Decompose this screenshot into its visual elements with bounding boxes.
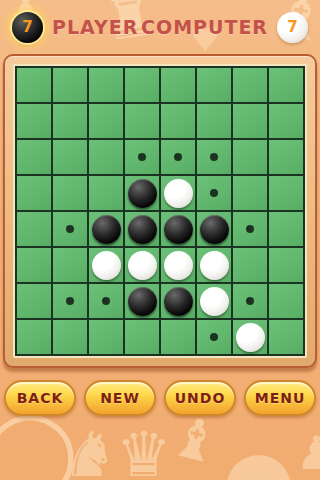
board-cell-b7[interactable] (53, 284, 87, 318)
legal-move-dot[interactable] (210, 153, 218, 161)
board-cell-b1[interactable] (53, 68, 87, 102)
board-cell-a3[interactable] (17, 140, 51, 174)
board-cell-e3[interactable] (161, 140, 195, 174)
black-disc (92, 215, 121, 244)
board-cell-h4[interactable] (269, 176, 303, 210)
board-cell-h2[interactable] (269, 104, 303, 138)
board-cell-d8[interactable] (125, 320, 159, 354)
board-cell-g3[interactable] (233, 140, 267, 174)
legal-move-dot[interactable] (210, 189, 218, 197)
board-cell-g4[interactable] (233, 176, 267, 210)
board-cell-g8[interactable] (233, 320, 267, 354)
board-cell-f6[interactable] (197, 248, 231, 282)
board-cell-b3[interactable] (53, 140, 87, 174)
legal-move-dot[interactable] (174, 153, 182, 161)
white-disc (164, 251, 193, 280)
board-cell-e2[interactable] (161, 104, 195, 138)
legal-move-dot[interactable] (66, 297, 74, 305)
board-cell-b5[interactable] (53, 212, 87, 246)
board-cell-g1[interactable] (233, 68, 267, 102)
new-game-button[interactable]: NEW (84, 380, 156, 416)
board-cell-d7[interactable] (125, 284, 159, 318)
board-cell-c6[interactable] (89, 248, 123, 282)
white-disc (200, 251, 229, 280)
board-grid (15, 66, 305, 356)
menu-button-label: MENU (255, 390, 306, 406)
white-disc (92, 251, 121, 280)
back-button-label: BACK (17, 390, 64, 406)
board-cell-g7[interactable] (233, 284, 267, 318)
board-cell-d2[interactable] (125, 104, 159, 138)
board-cell-g5[interactable] (233, 212, 267, 246)
legal-move-dot[interactable] (102, 297, 110, 305)
board-cell-d4[interactable] (125, 176, 159, 210)
white-disc (128, 251, 157, 280)
board-cell-a7[interactable] (17, 284, 51, 318)
bg-bishop2-icon: ♝ (164, 407, 226, 473)
back-button[interactable]: BACK (4, 380, 76, 416)
board-cell-a2[interactable] (17, 104, 51, 138)
board-cell-a4[interactable] (17, 176, 51, 210)
player-label: PLAYER (52, 16, 138, 38)
computer-white-disc-badge: 7 (277, 12, 308, 43)
bg-circle-icon: ● (222, 438, 295, 480)
board-cell-h6[interactable] (269, 248, 303, 282)
board-cell-f5[interactable] (197, 212, 231, 246)
bg-pawn2-icon: ♟ (296, 430, 320, 476)
board-cell-c8[interactable] (89, 320, 123, 354)
black-disc (164, 287, 193, 316)
othello-board-frame (3, 54, 317, 368)
board-cell-b6[interactable] (53, 248, 87, 282)
board-cell-b4[interactable] (53, 176, 87, 210)
bg-knight-icon: ♞ (62, 424, 118, 480)
board-cell-h1[interactable] (269, 68, 303, 102)
board-cell-h3[interactable] (269, 140, 303, 174)
player-black-disc-badge: 7 (12, 12, 43, 43)
board-cell-c3[interactable] (89, 140, 123, 174)
button-bar: BACK NEW UNDO MENU (0, 380, 320, 416)
board-cell-f1[interactable] (197, 68, 231, 102)
menu-button[interactable]: MENU (244, 380, 316, 416)
board-cell-f2[interactable] (197, 104, 231, 138)
board-cell-d3[interactable] (125, 140, 159, 174)
white-disc (236, 323, 265, 352)
board-cell-c7[interactable] (89, 284, 123, 318)
black-disc (128, 179, 157, 208)
bg-crown-icon: ♛ (116, 424, 172, 480)
board-cell-a5[interactable] (17, 212, 51, 246)
board-cell-c1[interactable] (89, 68, 123, 102)
board-inner-rim (13, 64, 307, 358)
computer-score: 7 (287, 18, 297, 36)
legal-move-dot[interactable] (66, 225, 74, 233)
black-disc (164, 215, 193, 244)
undo-button-label: UNDO (175, 390, 226, 406)
player-score: 7 (22, 18, 32, 36)
board-cell-c5[interactable] (89, 212, 123, 246)
bg-ring-icon: ◯ (0, 408, 78, 480)
white-disc (200, 287, 229, 316)
board-cell-b8[interactable] (53, 320, 87, 354)
board-cell-h8[interactable] (269, 320, 303, 354)
black-disc (200, 215, 229, 244)
board-cell-c4[interactable] (89, 176, 123, 210)
board-cell-g6[interactable] (233, 248, 267, 282)
computer-label: COMPUTER (141, 16, 268, 38)
board-cell-f7[interactable] (197, 284, 231, 318)
white-disc (164, 179, 193, 208)
board-cell-d5[interactable] (125, 212, 159, 246)
board-cell-e6[interactable] (161, 248, 195, 282)
black-disc (128, 287, 157, 316)
board-cell-a6[interactable] (17, 248, 51, 282)
board-cell-f3[interactable] (197, 140, 231, 174)
board-cell-h5[interactable] (269, 212, 303, 246)
board-cell-g2[interactable] (233, 104, 267, 138)
board-cell-c2[interactable] (89, 104, 123, 138)
board-cell-e7[interactable] (161, 284, 195, 318)
new-button-label: NEW (100, 390, 140, 406)
board-cell-e4[interactable] (161, 176, 195, 210)
black-disc (128, 215, 157, 244)
board-cell-d1[interactable] (125, 68, 159, 102)
legal-move-dot[interactable] (246, 297, 254, 305)
board-cell-f8[interactable] (197, 320, 231, 354)
legal-move-dot[interactable] (246, 225, 254, 233)
score-bar: 7 PLAYER COMPUTER 7 (0, 0, 320, 54)
board-cell-e1[interactable] (161, 68, 195, 102)
undo-button[interactable]: UNDO (164, 380, 236, 416)
board-cell-e8[interactable] (161, 320, 195, 354)
board-cell-b2[interactable] (53, 104, 87, 138)
board-cell-h7[interactable] (269, 284, 303, 318)
board-cell-d6[interactable] (125, 248, 159, 282)
board-cell-a8[interactable] (17, 320, 51, 354)
board-cell-e5[interactable] (161, 212, 195, 246)
board-cell-a1[interactable] (17, 68, 51, 102)
board-cell-f4[interactable] (197, 176, 231, 210)
legal-move-dot[interactable] (138, 153, 146, 161)
legal-move-dot[interactable] (210, 333, 218, 341)
